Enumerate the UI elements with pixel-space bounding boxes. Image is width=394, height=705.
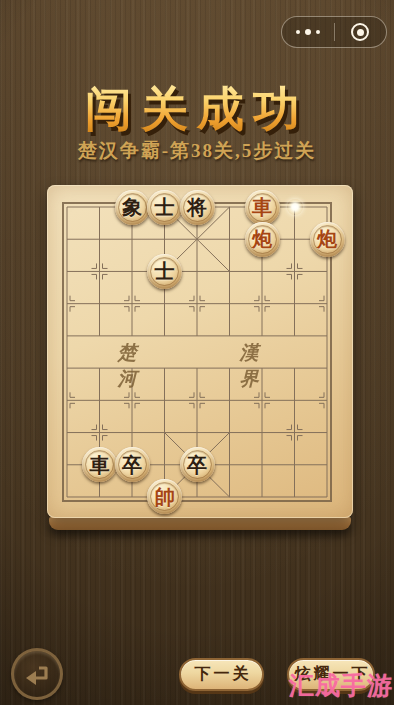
more-dots-icon xyxy=(316,30,320,34)
next-level-button[interactable]: 下一关 xyxy=(179,658,264,691)
piece-black-general[interactable]: 将 xyxy=(180,190,215,225)
piece-black-soldier[interactable]: 卒 xyxy=(180,447,215,482)
piece-glyph: 帥 xyxy=(155,487,175,507)
app-screen: 闯关成功 闯关成功 楚汉争霸-第38关,5步过关 楚河 漢界 象士将車炮炮士車卒… xyxy=(0,0,394,705)
wechat-capsule xyxy=(281,16,387,48)
more-menu-button[interactable] xyxy=(282,17,334,47)
page-title: 闯关成功 闯关成功 xyxy=(0,78,394,138)
piece-red-cannon[interactable]: 炮 xyxy=(310,222,345,257)
board-front-edge xyxy=(49,517,351,530)
piece-red-general[interactable]: 帥 xyxy=(147,479,182,514)
piece-black-advisor[interactable]: 士 xyxy=(147,254,182,289)
page-title-text: 闯关成功 xyxy=(0,78,394,141)
piece-glyph: 卒 xyxy=(187,455,207,475)
piece-black-elephant[interactable]: 象 xyxy=(115,190,150,225)
piece-glyph: 炮 xyxy=(252,229,272,249)
piece-glyph: 象 xyxy=(122,197,142,217)
more-dots-icon xyxy=(296,30,300,34)
river-label-left: 楚河 xyxy=(97,340,157,366)
piece-black-advisor[interactable]: 士 xyxy=(147,190,182,225)
piece-glyph: 将 xyxy=(187,197,207,217)
piece-red-cannon[interactable]: 炮 xyxy=(245,222,280,257)
piece-glyph: 車 xyxy=(90,455,110,475)
back-button[interactable] xyxy=(11,648,63,700)
piece-glyph: 車 xyxy=(252,197,272,217)
exit-button[interactable] xyxy=(335,17,387,47)
watermark: 汇成手游 xyxy=(289,669,393,702)
xiangqi-board[interactable]: 楚河 漢界 象士将車炮炮士車卒卒帥 xyxy=(47,185,353,518)
last-move-highlight xyxy=(287,199,303,215)
piece-glyph: 卒 xyxy=(122,455,142,475)
more-dots-icon xyxy=(305,29,311,35)
record-circle-icon xyxy=(351,23,369,41)
piece-glyph: 炮 xyxy=(317,229,337,249)
piece-glyph: 士 xyxy=(155,197,175,217)
return-arrow-icon xyxy=(20,657,54,691)
piece-black-soldier[interactable]: 卒 xyxy=(115,447,150,482)
level-subtitle: 楚汉争霸-第38关,5步过关 xyxy=(0,138,394,164)
piece-glyph: 士 xyxy=(155,261,175,281)
piece-red-chariot[interactable]: 車 xyxy=(245,190,280,225)
river-label-right: 漢界 xyxy=(219,340,279,366)
